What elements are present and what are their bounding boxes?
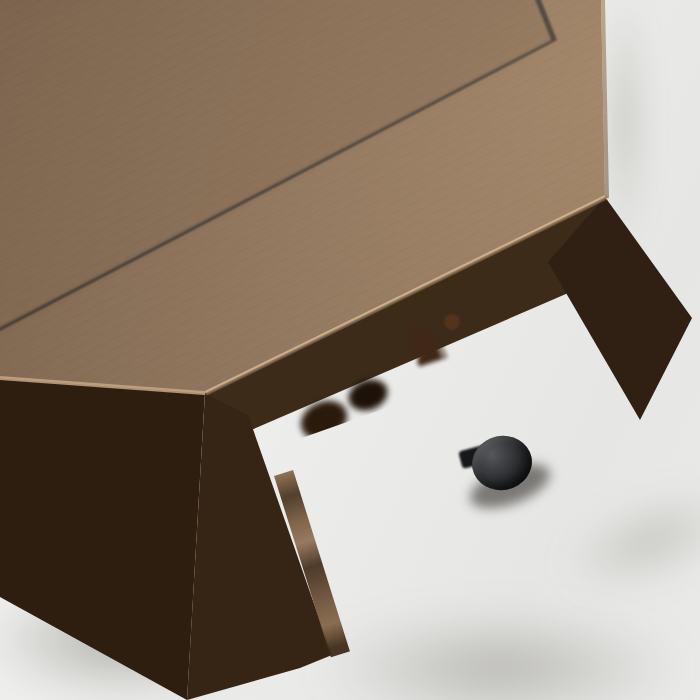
scene: ♞ <box>0 0 700 700</box>
chess-piece-silhouette-pawn <box>344 374 392 416</box>
cast-shadow-drawer-right <box>547 468 700 614</box>
chess-piece-silhouette-pawn <box>295 394 353 446</box>
cast-shadow-drawer <box>300 608 700 700</box>
chess-piece-silhouette-finial <box>444 314 460 330</box>
